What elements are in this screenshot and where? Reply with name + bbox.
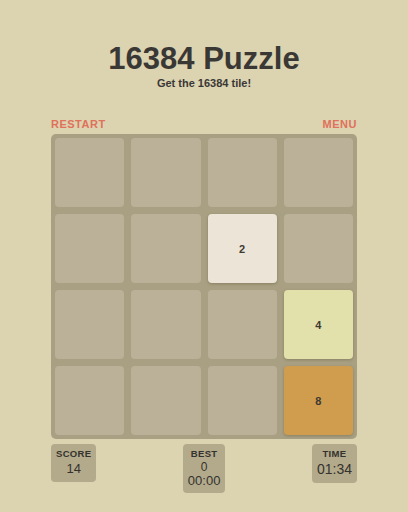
best-label: BEST [188,448,221,460]
top-controls: RESTART MENU [51,118,357,131]
empty-cell-r4c2 [131,366,200,435]
score-label: SCORE [56,448,91,460]
score-box: SCORE 14 [51,444,96,482]
tile-8-r4c4: 8 [284,366,353,435]
tile-4-r3c4: 4 [284,290,353,359]
score-value: 14 [56,461,91,477]
empty-cell-r1c3 [208,138,277,207]
empty-cell-r1c4 [284,138,353,207]
empty-cell-r3c1 [55,290,124,359]
page-title: 16384 Puzzle [0,0,408,76]
time-box: TIME 01:34 [312,444,357,483]
best-time-value: 00:00 [188,474,221,488]
empty-cell-r2c2 [131,214,200,283]
empty-cell-r1c2 [131,138,200,207]
tile-2-r2c3: 2 [208,214,277,283]
empty-cell-r4c3 [208,366,277,435]
empty-cell-r3c2 [131,290,200,359]
app-window: 16384 Puzzle Get the 16384 tile! RESTART… [0,0,408,512]
empty-cell-r2c4 [284,214,353,283]
best-box: BEST 0 00:00 [183,444,226,493]
empty-cell-r3c3 [208,290,277,359]
time-value: 01:34 [317,461,352,478]
menu-button[interactable]: MENU [323,118,357,131]
status-bar: SCORE 14 BEST 0 00:00 TIME 01:34 [51,444,357,493]
game-board[interactable]: 248 [51,134,357,439]
restart-button[interactable]: RESTART [51,118,106,131]
time-label: TIME [317,448,352,460]
page-subtitle: Get the 16384 tile! [0,76,408,90]
empty-cell-r1c1 [55,138,124,207]
empty-cell-r4c1 [55,366,124,435]
empty-cell-r2c1 [55,214,124,283]
